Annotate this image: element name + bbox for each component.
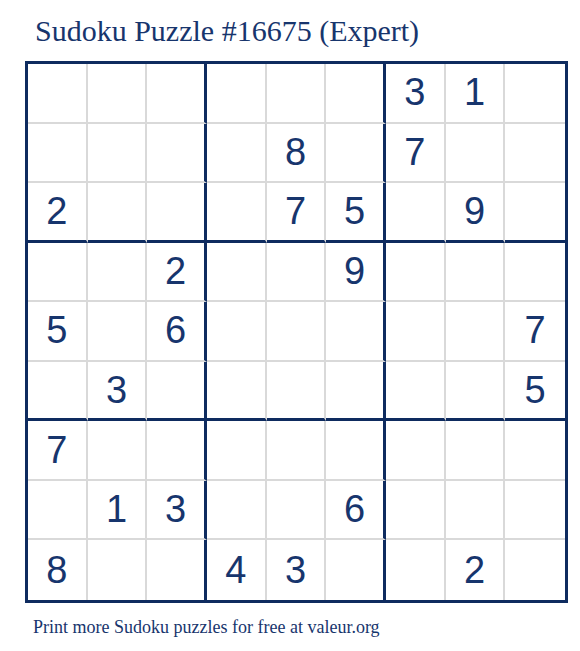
cell-r3c3[interactable] [147, 183, 207, 243]
cell-r4c2[interactable] [88, 243, 148, 303]
cell-r8c8[interactable] [446, 481, 506, 541]
cell-r8c9[interactable] [505, 481, 565, 541]
cell-r7c4[interactable] [207, 421, 267, 481]
sudoku-page: Sudoku Puzzle #16675 (Expert) 3187275929… [0, 0, 580, 651]
cell-r1c2[interactable] [88, 64, 148, 124]
cell-r4c4[interactable] [207, 243, 267, 303]
cell-r8c2[interactable]: 1 [88, 481, 148, 541]
cell-r9c2[interactable] [88, 540, 148, 600]
cell-r5c5[interactable] [267, 302, 327, 362]
cell-r6c4[interactable] [207, 362, 267, 422]
cell-r3c1[interactable]: 2 [28, 183, 88, 243]
cell-r7c7[interactable] [386, 421, 446, 481]
cell-r1c9[interactable] [505, 64, 565, 124]
cell-r6c9[interactable]: 5 [505, 362, 565, 422]
cell-r4c7[interactable] [386, 243, 446, 303]
cell-r7c6[interactable] [326, 421, 386, 481]
cell-r9c1[interactable]: 8 [28, 540, 88, 600]
cell-r2c2[interactable] [88, 124, 148, 184]
cell-r1c8[interactable]: 1 [446, 64, 506, 124]
cell-r8c3[interactable]: 3 [147, 481, 207, 541]
cell-r2c1[interactable] [28, 124, 88, 184]
cell-r1c7[interactable]: 3 [386, 64, 446, 124]
cell-r1c5[interactable] [267, 64, 327, 124]
cell-r9c7[interactable] [386, 540, 446, 600]
cell-r5c3[interactable]: 6 [147, 302, 207, 362]
cell-r6c1[interactable] [28, 362, 88, 422]
cell-r6c5[interactable] [267, 362, 327, 422]
cell-r6c6[interactable] [326, 362, 386, 422]
cell-r9c8[interactable]: 2 [446, 540, 506, 600]
cell-r9c9[interactable] [505, 540, 565, 600]
cell-r3c9[interactable] [505, 183, 565, 243]
cell-r4c8[interactable] [446, 243, 506, 303]
cell-r3c6[interactable]: 5 [326, 183, 386, 243]
cell-r2c8[interactable] [446, 124, 506, 184]
cell-r7c5[interactable] [267, 421, 327, 481]
cell-r3c7[interactable] [386, 183, 446, 243]
cell-r9c4[interactable]: 4 [207, 540, 267, 600]
cell-r8c7[interactable] [386, 481, 446, 541]
cell-r9c5[interactable]: 3 [267, 540, 327, 600]
cell-r3c2[interactable] [88, 183, 148, 243]
cell-r4c3[interactable]: 2 [147, 243, 207, 303]
sudoku-board: 31872759295673571368432 [25, 61, 568, 603]
cell-r7c2[interactable] [88, 421, 148, 481]
cell-r5c2[interactable] [88, 302, 148, 362]
cell-r6c8[interactable] [446, 362, 506, 422]
cell-r5c6[interactable] [326, 302, 386, 362]
cell-r5c8[interactable] [446, 302, 506, 362]
cell-r8c4[interactable] [207, 481, 267, 541]
cell-r8c6[interactable]: 6 [326, 481, 386, 541]
puzzle-title: Sudoku Puzzle #16675 (Expert) [35, 14, 419, 48]
cell-r5c4[interactable] [207, 302, 267, 362]
cell-r4c6[interactable]: 9 [326, 243, 386, 303]
cell-r1c6[interactable] [326, 64, 386, 124]
cell-r9c3[interactable] [147, 540, 207, 600]
footer-text: Print more Sudoku puzzles for free at va… [33, 616, 380, 638]
cell-r8c1[interactable] [28, 481, 88, 541]
cell-r2c9[interactable] [505, 124, 565, 184]
cell-r7c9[interactable] [505, 421, 565, 481]
cell-r2c6[interactable] [326, 124, 386, 184]
cell-r2c4[interactable] [207, 124, 267, 184]
cell-r2c7[interactable]: 7 [386, 124, 446, 184]
cell-r5c1[interactable]: 5 [28, 302, 88, 362]
cell-r3c8[interactable]: 9 [446, 183, 506, 243]
cell-r6c2[interactable]: 3 [88, 362, 148, 422]
cell-r4c9[interactable] [505, 243, 565, 303]
cell-r1c1[interactable] [28, 64, 88, 124]
cell-r8c5[interactable] [267, 481, 327, 541]
cell-r3c4[interactable] [207, 183, 267, 243]
cell-r4c5[interactable] [267, 243, 327, 303]
cell-r1c3[interactable] [147, 64, 207, 124]
cell-r9c6[interactable] [326, 540, 386, 600]
cell-r7c3[interactable] [147, 421, 207, 481]
cell-r2c3[interactable] [147, 124, 207, 184]
cell-r3c5[interactable]: 7 [267, 183, 327, 243]
cell-r2c5[interactable]: 8 [267, 124, 327, 184]
cell-r4c1[interactable] [28, 243, 88, 303]
cell-r1c4[interactable] [207, 64, 267, 124]
cell-r5c9[interactable]: 7 [505, 302, 565, 362]
cell-r5c7[interactable] [386, 302, 446, 362]
cell-r7c8[interactable] [446, 421, 506, 481]
cell-r7c1[interactable]: 7 [28, 421, 88, 481]
cell-r6c3[interactable] [147, 362, 207, 422]
cell-r6c7[interactable] [386, 362, 446, 422]
